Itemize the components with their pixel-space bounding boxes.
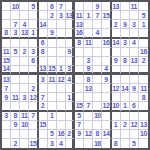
given-cell-r6c1[interactable]: 11 <box>2 48 11 57</box>
cell-r5c3[interactable] <box>20 39 29 48</box>
given-cell-r11c4[interactable]: 12 <box>29 93 38 102</box>
given-cell-r12c9[interactable]: 15 <box>75 102 84 111</box>
cell-r2c5[interactable] <box>39 11 48 20</box>
cell-r7c2[interactable] <box>11 57 20 66</box>
cell-r12c4[interactable] <box>29 102 38 111</box>
cell-r11c11[interactable] <box>93 93 102 102</box>
cell-r10c6[interactable] <box>48 84 57 93</box>
cell-r8c4[interactable] <box>29 66 38 75</box>
given-cell-r4c6[interactable]: 9 <box>48 29 57 38</box>
cell-r12c7[interactable] <box>57 102 66 111</box>
cell-r14c4[interactable] <box>29 121 38 130</box>
cell-r5c16[interactable] <box>139 39 148 48</box>
cell-r7c12[interactable] <box>102 57 111 66</box>
given-cell-r8c1[interactable]: 14 <box>2 66 11 75</box>
given-cell-r1c13[interactable]: 13 <box>112 2 121 11</box>
given-cell-r16c2[interactable]: 2 <box>11 139 20 148</box>
cell-r1c10[interactable] <box>84 2 93 11</box>
given-cell-r7c15[interactable]: 13 <box>130 57 139 66</box>
cell-r10c2[interactable] <box>11 84 20 93</box>
cell-r1c14[interactable] <box>121 2 130 11</box>
cell-r4c13[interactable] <box>112 29 121 38</box>
cell-r5c6[interactable] <box>48 39 57 48</box>
given-cell-r14c9[interactable]: 7 <box>75 121 84 130</box>
cell-r15c1[interactable] <box>2 130 11 139</box>
given-cell-r11c5[interactable]: 7 <box>39 93 48 102</box>
cell-r5c11[interactable] <box>93 39 102 48</box>
given-cell-r6c3[interactable]: 2 <box>20 48 29 57</box>
cell-r7c5[interactable] <box>39 57 48 66</box>
cell-r14c6[interactable] <box>48 121 57 130</box>
cell-r1c9[interactable] <box>75 2 84 11</box>
given-cell-r2c12[interactable]: 15 <box>102 11 111 20</box>
given-cell-r15c16[interactable]: 10 <box>139 130 148 139</box>
given-cell-r7c10[interactable]: 3 <box>84 57 93 66</box>
given-cell-r10c1[interactable]: 7 <box>2 84 11 93</box>
cell-r16c5[interactable] <box>39 139 48 148</box>
cell-r7c3[interactable] <box>20 57 29 66</box>
cell-r9c16[interactable] <box>139 75 148 84</box>
given-cell-r13c6[interactable]: 1 <box>48 112 57 121</box>
given-cell-r14c13[interactable]: 1 <box>112 121 121 130</box>
given-cell-r9c12[interactable]: 9 <box>102 75 111 84</box>
cell-r10c3[interactable] <box>20 84 29 93</box>
given-cell-r8c8[interactable]: 3 <box>66 66 75 75</box>
given-cell-r14c2[interactable]: 9 <box>11 121 20 130</box>
cell-r11c15[interactable] <box>130 93 139 102</box>
given-cell-r11c16[interactable]: 8 <box>139 93 148 102</box>
cell-r3c8[interactable] <box>66 20 75 29</box>
cell-r5c2[interactable] <box>11 39 20 48</box>
cell-r15c13[interactable] <box>112 130 121 139</box>
cell-r6c15[interactable] <box>130 48 139 57</box>
given-cell-r10c16[interactable]: 11 <box>139 84 148 93</box>
given-cell-r10c14[interactable]: 14 <box>121 84 130 93</box>
cell-r3c6[interactable] <box>48 20 57 29</box>
given-cell-r4c2[interactable]: 3 <box>11 29 20 38</box>
cell-r6c10[interactable] <box>84 48 93 57</box>
cell-r4c12[interactable] <box>102 29 111 38</box>
given-cell-r6c2[interactable]: 5 <box>11 48 20 57</box>
cell-r5c4[interactable] <box>29 39 38 48</box>
given-cell-r12c5[interactable]: 2 <box>39 102 48 111</box>
given-cell-r16c6[interactable]: 3 <box>48 139 57 148</box>
cell-r15c4[interactable] <box>29 130 38 139</box>
given-cell-r9c1[interactable]: 13 <box>2 75 11 84</box>
cell-r1c16[interactable] <box>139 2 148 11</box>
given-cell-r8c7[interactable]: 1 <box>57 66 66 75</box>
cell-r6c13[interactable] <box>112 48 121 57</box>
given-cell-r5c9[interactable]: 8 <box>75 39 84 48</box>
cell-r6c12[interactable] <box>102 48 111 57</box>
cell-r11c10[interactable] <box>84 93 93 102</box>
given-cell-r15c7[interactable]: 16 <box>57 130 66 139</box>
cell-r7c9[interactable] <box>75 57 84 66</box>
cell-r14c1[interactable] <box>2 121 11 130</box>
given-cell-r9c7[interactable]: 12 <box>57 75 66 84</box>
given-cell-r5c5[interactable]: 6 <box>39 39 48 48</box>
given-cell-r14c16[interactable]: 13 <box>139 121 148 130</box>
given-cell-r4c9[interactable]: 16 <box>75 29 84 38</box>
given-cell-r6c16[interactable]: 16 <box>139 48 148 57</box>
cell-r16c16[interactable] <box>139 139 148 148</box>
cell-r2c15[interactable] <box>130 11 139 20</box>
cell-r12c11[interactable] <box>93 102 102 111</box>
cell-r8c11[interactable] <box>93 66 102 75</box>
given-cell-r8c5[interactable]: 13 <box>39 66 48 75</box>
cell-r11c12[interactable] <box>102 93 111 102</box>
given-cell-r3c2[interactable]: 7 <box>11 20 20 29</box>
cell-r14c11[interactable] <box>93 121 102 130</box>
cell-r10c5[interactable] <box>39 84 48 93</box>
cell-r9c4[interactable] <box>29 75 38 84</box>
cell-r14c10[interactable] <box>84 121 93 130</box>
given-cell-r5c10[interactable]: 11 <box>84 39 93 48</box>
cell-r7c7[interactable] <box>57 57 66 66</box>
given-cell-r1c2[interactable]: 10 <box>11 2 20 11</box>
cell-r4c8[interactable] <box>66 29 75 38</box>
cell-r13c15[interactable] <box>130 112 139 121</box>
given-cell-r16c4[interactable]: 15 <box>29 139 38 148</box>
given-cell-r2c16[interactable]: 5 <box>139 11 148 20</box>
cell-r3c12[interactable] <box>102 20 111 29</box>
cell-r15c2[interactable] <box>11 130 20 139</box>
cell-r9c9[interactable] <box>75 75 84 84</box>
cell-r9c3[interactable] <box>20 75 29 84</box>
cell-r1c12[interactable] <box>102 2 111 11</box>
cell-r15c15[interactable] <box>130 130 139 139</box>
cell-r4c16[interactable] <box>139 29 148 38</box>
given-cell-r5c14[interactable]: 3 <box>121 39 130 48</box>
cell-r16c14[interactable] <box>121 139 130 148</box>
cell-r14c12[interactable] <box>102 121 111 130</box>
cell-r10c11[interactable] <box>93 84 102 93</box>
given-cell-r6c8[interactable]: 9 <box>66 48 75 57</box>
cell-r6c14[interactable] <box>121 48 130 57</box>
cell-r5c1[interactable] <box>2 39 11 48</box>
given-cell-r16c13[interactable]: 8 <box>112 139 121 148</box>
cell-r10c12[interactable] <box>102 84 111 93</box>
cell-r11c6[interactable] <box>48 93 57 102</box>
cell-r13c5[interactable] <box>39 112 48 121</box>
given-cell-r11c1[interactable]: 9 <box>2 93 11 102</box>
given-cell-r15c6[interactable]: 5 <box>48 130 57 139</box>
given-cell-r3c9[interactable]: 13 <box>75 20 84 29</box>
given-cell-r3c16[interactable]: 1 <box>139 20 148 29</box>
cell-r3c1[interactable] <box>2 20 11 29</box>
given-cell-r16c7[interactable]: 4 <box>57 139 66 148</box>
given-cell-r3c5[interactable]: 14 <box>39 20 48 29</box>
given-cell-r5c13[interactable]: 14 <box>112 39 121 48</box>
cell-r12c6[interactable] <box>48 102 57 111</box>
given-cell-r7c14[interactable]: 8 <box>121 57 130 66</box>
given-cell-r1c4[interactable]: 5 <box>29 2 38 11</box>
cell-r10c8[interactable] <box>66 84 75 93</box>
given-cell-r4c11[interactable]: 4 <box>93 29 102 38</box>
cell-r16c3[interactable] <box>20 139 29 148</box>
cell-r3c11[interactable] <box>93 20 102 29</box>
given-cell-r12c14[interactable]: 1 <box>121 102 130 111</box>
given-cell-r15c12[interactable]: 14 <box>102 130 111 139</box>
given-cell-r1c11[interactable]: 9 <box>93 2 102 11</box>
given-cell-r12c10[interactable]: 7 <box>84 102 93 111</box>
given-cell-r9c5[interactable]: 3 <box>39 75 48 84</box>
given-cell-r5c12[interactable]: 16 <box>102 39 111 48</box>
cell-r12c16[interactable] <box>139 102 148 111</box>
cell-r6c11[interactable] <box>93 48 102 57</box>
cell-r13c12[interactable] <box>102 112 111 121</box>
given-cell-r8c6[interactable]: 15 <box>48 66 57 75</box>
cell-r2c14[interactable] <box>121 11 130 20</box>
given-cell-r14c14[interactable]: 2 <box>121 121 130 130</box>
cell-r11c7[interactable] <box>57 93 66 102</box>
cell-r3c4[interactable] <box>29 20 38 29</box>
cell-r6c7[interactable] <box>57 48 66 57</box>
cell-r7c11[interactable] <box>93 57 102 66</box>
given-cell-r10c4[interactable]: 2 <box>29 84 38 93</box>
cell-r8c2[interactable] <box>11 66 20 75</box>
cell-r16c8[interactable] <box>66 139 75 148</box>
cell-r15c14[interactable] <box>121 130 130 139</box>
given-cell-r11c8[interactable]: 1 <box>66 93 75 102</box>
cell-r16c9[interactable] <box>75 139 84 148</box>
given-cell-r7c16[interactable]: 2 <box>139 57 148 66</box>
cell-r15c5[interactable] <box>39 130 48 139</box>
cell-r9c14[interactable] <box>121 75 130 84</box>
given-cell-r2c9[interactable]: 11 <box>75 11 84 20</box>
given-cell-r7c13[interactable]: 9 <box>112 57 121 66</box>
given-cell-r10c15[interactable]: 9 <box>130 84 139 93</box>
cell-r2c4[interactable] <box>29 11 38 20</box>
given-cell-r4c1[interactable]: 8 <box>2 29 11 38</box>
cell-r2c3[interactable] <box>20 11 29 20</box>
cell-r8c15[interactable] <box>130 66 139 75</box>
given-cell-r14c5[interactable]: 15 <box>39 121 48 130</box>
given-cell-r2c10[interactable]: 1 <box>84 11 93 20</box>
given-cell-r12c15[interactable]: 6 <box>130 102 139 111</box>
cell-r16c12[interactable] <box>102 139 111 148</box>
cell-r6c9[interactable] <box>75 48 84 57</box>
given-cell-r2c6[interactable]: 2 <box>48 11 57 20</box>
cell-r5c7[interactable] <box>57 39 66 48</box>
cell-r16c10[interactable] <box>84 139 93 148</box>
given-cell-r6c4[interactable]: 3 <box>29 48 38 57</box>
cell-r8c16[interactable] <box>139 66 148 75</box>
cell-r13c7[interactable] <box>57 112 66 121</box>
cell-r8c9[interactable] <box>75 66 84 75</box>
cell-r2c1[interactable] <box>2 11 11 20</box>
cell-r13c10[interactable] <box>84 112 93 121</box>
given-cell-r11c3[interactable]: 3 <box>20 93 29 102</box>
cell-r13c8[interactable] <box>66 112 75 121</box>
cell-r9c2[interactable] <box>11 75 20 84</box>
cell-r9c11[interactable] <box>93 75 102 84</box>
given-cell-r8c10[interactable]: 9 <box>84 66 93 75</box>
given-cell-r13c2[interactable]: 8 <box>11 112 20 121</box>
cell-r9c13[interactable] <box>112 75 121 84</box>
cell-r11c14[interactable] <box>121 93 130 102</box>
given-cell-r11c2[interactable]: 11 <box>11 93 20 102</box>
cell-r1c3[interactable] <box>20 2 29 11</box>
given-cell-r3c14[interactable]: 9 <box>121 20 130 29</box>
given-cell-r2c7[interactable]: 3 <box>57 11 66 20</box>
cell-r12c8[interactable] <box>66 102 75 111</box>
given-cell-r3c15[interactable]: 3 <box>130 20 139 29</box>
given-cell-r15c10[interactable]: 12 <box>84 130 93 139</box>
cell-r14c7[interactable] <box>57 121 66 130</box>
given-cell-r13c11[interactable]: 10 <box>93 112 102 121</box>
given-cell-r13c3[interactable]: 11 <box>20 112 29 121</box>
given-cell-r6c5[interactable]: 8 <box>39 48 48 57</box>
sudoku-screenshot: 1056791311231311171557414132931831319164… <box>0 0 150 150</box>
cell-r9c15[interactable] <box>130 75 139 84</box>
cell-r7c6[interactable] <box>48 57 57 66</box>
cell-r12c3[interactable] <box>20 102 29 111</box>
cell-r4c14[interactable] <box>121 29 130 38</box>
given-cell-r13c4[interactable]: 7 <box>29 112 38 121</box>
cell-r4c7[interactable] <box>57 29 66 38</box>
given-cell-r9c8[interactable]: 4 <box>66 75 75 84</box>
cell-r12c1[interactable] <box>2 102 11 111</box>
given-cell-r10c10[interactable]: 13 <box>84 84 93 93</box>
given-cell-r4c4[interactable]: 1 <box>29 29 38 38</box>
given-cell-r3c3[interactable]: 4 <box>20 20 29 29</box>
cell-r15c3[interactable] <box>20 130 29 139</box>
given-cell-r4c3[interactable]: 13 <box>20 29 29 38</box>
given-cell-r15c9[interactable]: 9 <box>75 130 84 139</box>
cell-r13c16[interactable] <box>139 112 148 121</box>
cell-r6c6[interactable] <box>48 48 57 57</box>
cell-r5c8[interactable] <box>66 39 75 48</box>
given-cell-r10c13[interactable]: 12 <box>112 84 121 93</box>
cell-r7c8[interactable] <box>66 57 75 66</box>
cell-r4c15[interactable] <box>130 29 139 38</box>
given-cell-r2c11[interactable]: 7 <box>93 11 102 20</box>
given-cell-r7c1[interactable]: 15 <box>2 57 11 66</box>
cell-r1c8[interactable] <box>66 2 75 11</box>
cell-r13c14[interactable] <box>121 112 130 121</box>
cell-r14c8[interactable] <box>66 121 75 130</box>
given-cell-r14c3[interactable]: 10 <box>20 121 29 130</box>
given-cell-r12c13[interactable]: 10 <box>112 102 121 111</box>
given-cell-r9c10[interactable]: 8 <box>84 75 93 84</box>
sudoku-board: 1056791311231311171557414132931831319164… <box>0 0 150 150</box>
given-cell-r9c6[interactable]: 11 <box>48 75 57 84</box>
given-cell-r12c12[interactable]: 12 <box>102 102 111 111</box>
cell-r3c7[interactable] <box>57 20 66 29</box>
given-cell-r15c11[interactable]: 8 <box>93 130 102 139</box>
given-cell-r1c15[interactable]: 11 <box>130 2 139 11</box>
cell-r10c7[interactable] <box>57 84 66 93</box>
cell-r3c10[interactable] <box>84 20 93 29</box>
cell-r2c13[interactable] <box>112 11 121 20</box>
cell-r13c13[interactable] <box>112 112 121 121</box>
given-cell-r16c15[interactable]: 5 <box>130 139 139 148</box>
given-cell-r14c15[interactable]: 12 <box>130 121 139 130</box>
given-cell-r8c12[interactable]: 4 <box>102 66 111 75</box>
cell-r1c1[interactable] <box>2 2 11 11</box>
given-cell-r1c6[interactable]: 6 <box>48 2 57 11</box>
cell-r4c10[interactable] <box>84 29 93 38</box>
cell-r2c2[interactable] <box>11 11 20 20</box>
given-cell-r3c13[interactable]: 2 <box>112 20 121 29</box>
cell-r8c3[interactable] <box>20 66 29 75</box>
given-cell-r1c7[interactable]: 7 <box>57 2 66 11</box>
given-cell-r13c9[interactable]: 5 <box>75 112 84 121</box>
cell-r8c13[interactable] <box>112 66 121 75</box>
cell-r10c9[interactable] <box>75 84 84 93</box>
given-cell-r2c8[interactable]: 13 <box>66 11 75 20</box>
given-cell-r13c1[interactable]: 3 <box>2 112 11 121</box>
cell-r12c2[interactable] <box>11 102 20 111</box>
cell-r11c9[interactable] <box>75 93 84 102</box>
cell-r8c14[interactable] <box>121 66 130 75</box>
cell-r16c1[interactable] <box>2 139 11 148</box>
cell-r4c5[interactable] <box>39 29 48 38</box>
cell-r1c5[interactable] <box>39 2 48 11</box>
given-cell-r15c8[interactable]: 2 <box>66 130 75 139</box>
given-cell-r5c15[interactable]: 4 <box>130 39 139 48</box>
given-cell-r16c11[interactable]: 16 <box>93 139 102 148</box>
cell-r11c13[interactable] <box>112 93 121 102</box>
given-cell-r7c4[interactable]: 6 <box>29 57 38 66</box>
